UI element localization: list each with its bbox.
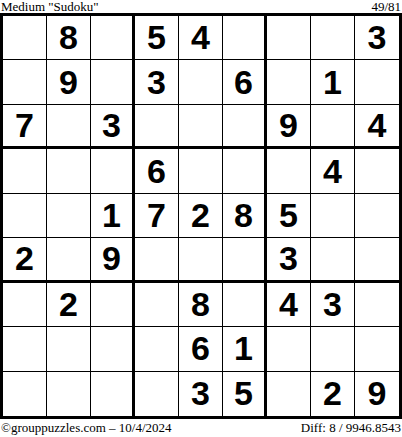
cell-r4c1[interactable] — [3, 149, 47, 193]
cell-r4c5[interactable] — [179, 149, 223, 193]
cell-r9c6: 5 — [223, 372, 267, 416]
cell-r4c9[interactable] — [355, 149, 399, 193]
cell-r2c2: 9 — [47, 60, 91, 104]
page-header: Medium "Sudoku" 49/81 — [0, 0, 402, 13]
cell-r7c7: 4 — [267, 283, 311, 327]
cell-r9c1[interactable] — [3, 372, 47, 416]
cell-r9c7[interactable] — [267, 372, 311, 416]
cell-r2c9[interactable] — [355, 60, 399, 104]
cell-r6c4[interactable] — [135, 238, 179, 282]
cell-r6c2[interactable] — [47, 238, 91, 282]
puzzle-title: Medium "Sudoku" — [1, 0, 99, 13]
cell-r1c3[interactable] — [91, 16, 135, 60]
empty-cells-counter: 49/81 — [371, 0, 401, 13]
cell-r1c8[interactable] — [311, 16, 355, 60]
cell-r3c2[interactable] — [47, 105, 91, 149]
cell-r7c2: 2 — [47, 283, 91, 327]
cell-r6c6[interactable] — [223, 238, 267, 282]
cell-r1c2: 8 — [47, 16, 91, 60]
cell-r2c7[interactable] — [267, 60, 311, 104]
cell-r2c5[interactable] — [179, 60, 223, 104]
cell-r5c7: 5 — [267, 194, 311, 238]
cell-r5c6: 8 — [223, 194, 267, 238]
cell-r1c5: 4 — [179, 16, 223, 60]
cell-r7c6[interactable] — [223, 283, 267, 327]
cell-r8c2[interactable] — [47, 327, 91, 371]
cell-r9c4[interactable] — [135, 372, 179, 416]
cell-r4c2[interactable] — [47, 149, 91, 193]
cell-r6c8[interactable] — [311, 238, 355, 282]
cell-r7c8: 3 — [311, 283, 355, 327]
cell-r8c1[interactable] — [3, 327, 47, 371]
cell-r7c3[interactable] — [91, 283, 135, 327]
cell-r3c3: 3 — [91, 105, 135, 149]
cell-r9c5: 3 — [179, 372, 223, 416]
page-footer: ©grouppuzzles.com – 10/4/2024 Diff: 8 / … — [0, 419, 402, 437]
cell-r4c3[interactable] — [91, 149, 135, 193]
cell-r3c9: 4 — [355, 105, 399, 149]
cell-r3c1: 7 — [3, 105, 47, 149]
sudoku-page: Medium "Sudoku" 49/81 854393617394641728… — [0, 0, 402, 437]
cell-r8c7[interactable] — [267, 327, 311, 371]
cell-r4c8: 4 — [311, 149, 355, 193]
cell-r7c1[interactable] — [3, 283, 47, 327]
cell-r8c8[interactable] — [311, 327, 355, 371]
cell-r1c9: 3 — [355, 16, 399, 60]
cell-r7c9[interactable] — [355, 283, 399, 327]
cell-r9c8: 2 — [311, 372, 355, 416]
cell-r6c7: 3 — [267, 238, 311, 282]
cell-r8c3[interactable] — [91, 327, 135, 371]
cell-r9c3[interactable] — [91, 372, 135, 416]
copyright-date: ©grouppuzzles.com – 10/4/2024 — [1, 420, 172, 436]
cell-r6c3: 9 — [91, 238, 135, 282]
cell-r7c5: 8 — [179, 283, 223, 327]
difficulty-rating: Diff: 8 / 9946.8543 — [301, 420, 401, 436]
cell-r3c8[interactable] — [311, 105, 355, 149]
cell-r2c4: 3 — [135, 60, 179, 104]
cell-r3c6[interactable] — [223, 105, 267, 149]
cell-r6c5[interactable] — [179, 238, 223, 282]
cell-r8c9[interactable] — [355, 327, 399, 371]
cell-r7c4[interactable] — [135, 283, 179, 327]
cell-r4c6[interactable] — [223, 149, 267, 193]
sudoku-board: 85439361739464172852932843613529 — [0, 13, 402, 419]
cell-r1c7[interactable] — [267, 16, 311, 60]
cell-r3c4[interactable] — [135, 105, 179, 149]
cell-r8c4[interactable] — [135, 327, 179, 371]
cell-r5c3: 1 — [91, 194, 135, 238]
cell-r6c1: 2 — [3, 238, 47, 282]
cell-r2c6: 6 — [223, 60, 267, 104]
cell-r4c7[interactable] — [267, 149, 311, 193]
cell-r1c4: 5 — [135, 16, 179, 60]
cell-r5c4: 7 — [135, 194, 179, 238]
cell-r2c3[interactable] — [91, 60, 135, 104]
cell-r5c2[interactable] — [47, 194, 91, 238]
cell-r2c1[interactable] — [3, 60, 47, 104]
cell-r5c5: 2 — [179, 194, 223, 238]
cell-r5c1[interactable] — [3, 194, 47, 238]
cell-r6c9[interactable] — [355, 238, 399, 282]
cell-r3c7: 9 — [267, 105, 311, 149]
cell-r1c6[interactable] — [223, 16, 267, 60]
cell-r2c8: 1 — [311, 60, 355, 104]
cell-r3c5[interactable] — [179, 105, 223, 149]
cell-r4c4: 6 — [135, 149, 179, 193]
cell-r5c8[interactable] — [311, 194, 355, 238]
cell-r9c2[interactable] — [47, 372, 91, 416]
cell-r5c9[interactable] — [355, 194, 399, 238]
cell-r1c1[interactable] — [3, 16, 47, 60]
cell-r9c9: 9 — [355, 372, 399, 416]
cell-r8c6: 1 — [223, 327, 267, 371]
cell-r8c5: 6 — [179, 327, 223, 371]
